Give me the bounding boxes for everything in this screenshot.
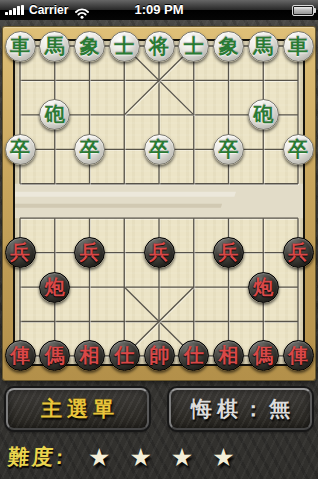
main-menu-button[interactable]: 主選單 [6,388,149,430]
piece-red-chariot[interactable]: 俥 [5,340,36,371]
piece-green-cannon[interactable]: 砲 [39,99,70,130]
piece-green-chariot[interactable]: 車 [5,31,36,62]
piece-green-horse[interactable]: 馬 [248,31,279,62]
xiangqi-board[interactable]: 車馬象士将士象馬車砲砲卒卒卒卒卒兵兵兵兵兵炮炮俥傌相仕帥仕相傌俥 [13,39,305,366]
piece-green-soldier[interactable]: 卒 [213,134,244,165]
piece-green-soldier[interactable]: 卒 [74,134,105,165]
piece-red-elephant[interactable]: 相 [213,340,244,371]
piece-green-general[interactable]: 将 [144,31,175,62]
piece-red-soldier[interactable]: 兵 [74,237,105,268]
piece-green-soldier[interactable]: 卒 [283,134,314,165]
piece-green-cannon[interactable]: 砲 [248,99,279,130]
piece-green-soldier[interactable]: 卒 [144,134,175,165]
piece-green-advisor[interactable]: 士 [178,31,209,62]
piece-red-advisor[interactable]: 仕 [109,340,140,371]
piece-red-horse[interactable]: 傌 [39,340,70,371]
piece-red-chariot[interactable]: 俥 [283,340,314,371]
piece-green-advisor[interactable]: 士 [109,31,140,62]
piece-green-elephant[interactable]: 象 [74,31,105,62]
piece-green-soldier[interactable]: 卒 [5,134,36,165]
piece-red-soldier[interactable]: 兵 [283,237,314,268]
piece-red-horse[interactable]: 傌 [248,340,279,371]
board-frame: 車馬象士将士象馬車砲砲卒卒卒卒卒兵兵兵兵兵炮炮俥傌相仕帥仕相傌俥 [3,27,315,380]
clock: 1:09 PM [0,0,318,20]
piece-red-cannon[interactable]: 炮 [39,272,70,303]
bottom-controls: 主選單 悔棋：無 [0,388,318,430]
difficulty-stars: ★★★★ [88,442,235,472]
piece-red-soldier[interactable]: 兵 [144,237,175,268]
difficulty-star[interactable]: ★ [129,442,151,472]
piece-red-soldier[interactable]: 兵 [5,237,36,268]
piece-red-elephant[interactable]: 相 [74,340,105,371]
status-bar: Carrier 1:09 PM [0,0,318,20]
difficulty-star[interactable]: ★ [212,442,234,472]
undo-button[interactable]: 悔棋：無 [169,388,312,430]
piece-red-soldier[interactable]: 兵 [213,237,244,268]
difficulty-star[interactable]: ★ [88,442,110,472]
piece-red-cannon[interactable]: 炮 [248,272,279,303]
pieces-layer: 車馬象士将士象馬車砲砲卒卒卒卒卒兵兵兵兵兵炮炮俥傌相仕帥仕相傌俥 [15,41,303,364]
status-bar-right [292,5,314,16]
piece-green-horse[interactable]: 馬 [39,31,70,62]
piece-green-chariot[interactable]: 車 [283,31,314,62]
piece-green-elephant[interactable]: 象 [213,31,244,62]
piece-red-advisor[interactable]: 仕 [178,340,209,371]
battery-icon [292,5,314,16]
difficulty-star[interactable]: ★ [171,442,193,472]
piece-red-general[interactable]: 帥 [144,340,175,371]
difficulty-row: 難度: ★★★★ [8,440,310,474]
difficulty-label: 難度: [7,443,67,471]
app-screen: Carrier 1:09 PM 車馬象士将士象馬車砲砲卒卒卒卒卒兵兵兵兵兵炮炮俥… [0,0,318,479]
